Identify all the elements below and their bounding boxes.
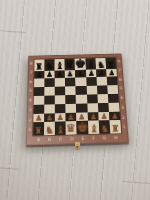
square-b8[interactable]: ♞: [44, 59, 54, 70]
piece-black-pawn-h7: ♟: [108, 70, 115, 78]
square-e1[interactable]: ♚: [76, 121, 88, 134]
rank-label-left-5: 5: [29, 89, 32, 93]
square-e4[interactable]: [76, 95, 88, 104]
piece-white-pawn-g2: ♟: [100, 113, 107, 121]
file-labels-bottom: ABCDEFGH: [33, 134, 122, 144]
square-g6[interactable]: [97, 77, 108, 86]
square-b7[interactable]: ♟: [44, 70, 54, 78]
piece-black-pawn-g7: ♟: [98, 70, 105, 78]
rank-label-left-2: 2: [29, 118, 32, 122]
file-label-g: G: [103, 136, 107, 140]
square-e5[interactable]: [75, 86, 87, 95]
square-c7[interactable]: ♟: [55, 70, 65, 78]
square-d5[interactable]: [65, 86, 76, 95]
floor-plank-joint: [0, 167, 18, 169]
square-g1[interactable]: ♞: [99, 121, 111, 134]
square-a3[interactable]: [34, 104, 45, 113]
square-a1[interactable]: ♜: [33, 122, 44, 135]
square-g4[interactable]: [97, 94, 108, 103]
floor-plank-joint: [122, 181, 150, 184]
rank-label-left-6: 6: [29, 80, 32, 84]
square-h6[interactable]: [107, 77, 118, 86]
square-b4[interactable]: [44, 95, 55, 104]
square-h5[interactable]: [107, 85, 118, 94]
rank-label-left-7: 7: [30, 71, 33, 75]
chess-board: 87654321 87654321 ABCDEFGH ♜♞♝♛♚♝♞♜♟♟♟♟♟…: [26, 53, 129, 145]
square-d8[interactable]: ♛: [65, 59, 75, 70]
square-h8[interactable]: ♜: [106, 58, 117, 69]
square-f8[interactable]: ♝: [86, 58, 97, 69]
square-e8[interactable]: ♚: [75, 58, 86, 69]
file-label-d: D: [70, 137, 74, 141]
piece-white-bishop-c1: ♝: [55, 125, 65, 136]
piece-black-pawn-d7: ♟: [66, 71, 73, 79]
piece-white-rook-a1: ♜: [34, 126, 43, 136]
square-a6[interactable]: [34, 79, 44, 88]
board-grid: ♜♞♝♛♚♝♞♜♟♟♟♟♟♟♟♟♟♟♟♟♟♟♟♟♜♞♝♛♚♝♞♜: [33, 58, 121, 136]
piece-black-pawn-c7: ♟: [56, 71, 63, 79]
rank-label-left-8: 8: [30, 62, 33, 66]
file-label-c: C: [59, 137, 62, 141]
piece-white-pawn-b2: ♟: [46, 115, 53, 123]
square-f2[interactable]: ♟: [88, 112, 99, 121]
piece-white-pawn-h2: ♟: [111, 113, 118, 121]
rank-label-right-2: 2: [122, 116, 125, 120]
piece-white-knight-g1: ♞: [100, 124, 109, 134]
piece-black-pawn-a7: ♟: [36, 72, 43, 80]
rank-label-right-7: 7: [118, 69, 121, 73]
square-d3[interactable]: [65, 104, 76, 113]
file-label-a: A: [37, 138, 40, 142]
piece-black-pawn-f7: ♟: [88, 70, 95, 78]
square-g8[interactable]: ♞: [96, 58, 107, 69]
square-f1[interactable]: ♝: [88, 121, 99, 134]
square-a5[interactable]: [34, 87, 44, 96]
piece-white-pawn-c2: ♟: [57, 115, 64, 123]
square-c6[interactable]: [55, 78, 65, 87]
square-e6[interactable]: [75, 78, 87, 87]
square-d1[interactable]: ♛: [66, 122, 77, 135]
piece-white-queen-d1: ♛: [66, 123, 77, 135]
square-g2[interactable]: ♟: [98, 112, 109, 121]
rank-label-right-6: 6: [119, 78, 122, 82]
rank-label-right-8: 8: [118, 60, 121, 64]
piece-white-rook-h1: ♜: [111, 124, 120, 134]
piece-white-bishop-f1: ♝: [89, 124, 99, 135]
square-h2[interactable]: ♟: [109, 111, 120, 120]
square-b1[interactable]: ♞: [44, 122, 55, 135]
square-f4[interactable]: [87, 94, 98, 103]
rank-label-right-3: 3: [121, 106, 124, 110]
piece-white-pawn-f2: ♟: [90, 114, 97, 122]
square-h4[interactable]: [108, 94, 119, 103]
square-h7[interactable]: ♟: [106, 69, 117, 77]
square-c5[interactable]: [55, 87, 65, 96]
square-b5[interactable]: [44, 87, 54, 96]
square-a2[interactable]: ♟: [33, 113, 44, 122]
square-a8[interactable]: ♜: [34, 59, 44, 70]
square-c3[interactable]: [55, 104, 66, 113]
piece-black-pawn-b7: ♟: [46, 72, 53, 80]
piece-white-king-e1: ♚: [76, 121, 88, 135]
file-label-h: H: [114, 136, 118, 140]
photo-scene: 87654321 87654321 ABCDEFGH ♜♞♝♛♚♝♞♜♟♟♟♟♟…: [0, 0, 150, 200]
file-label-e: E: [81, 137, 84, 141]
square-a7[interactable]: ♟: [34, 70, 44, 79]
square-f3[interactable]: [87, 103, 98, 112]
rank-label-left-1: 1: [28, 128, 31, 132]
rank-label-left-3: 3: [29, 108, 32, 112]
rank-label-left-4: 4: [29, 99, 32, 103]
square-h1[interactable]: ♜: [110, 120, 122, 133]
piece-black-queen-d8: ♛: [65, 60, 75, 71]
square-f5[interactable]: [87, 86, 98, 95]
square-g5[interactable]: [97, 86, 108, 95]
square-c2[interactable]: ♟: [55, 113, 66, 122]
square-c8[interactable]: ♝: [55, 59, 65, 70]
square-c4[interactable]: [55, 95, 66, 104]
piece-black-king-e8: ♚: [75, 57, 86, 70]
square-d4[interactable]: [65, 95, 76, 104]
square-b6[interactable]: [44, 78, 54, 87]
square-a4[interactable]: [34, 96, 45, 105]
file-label-b: B: [48, 138, 51, 142]
square-b3[interactable]: [44, 104, 55, 113]
square-d7[interactable]: ♟: [65, 70, 75, 78]
square-f7[interactable]: ♟: [86, 69, 97, 77]
square-h3[interactable]: [108, 102, 119, 111]
piece-white-knight-b1: ♞: [45, 126, 54, 136]
rank-label-right-1: 1: [123, 126, 126, 130]
file-label-f: F: [92, 136, 95, 140]
piece-black-pawn-e7: ♟: [77, 71, 84, 79]
square-c1[interactable]: ♝: [55, 122, 66, 135]
square-g3[interactable]: [98, 103, 109, 112]
square-b2[interactable]: ♟: [44, 113, 55, 122]
rank-label-right-5: 5: [120, 87, 123, 91]
square-f6[interactable]: [86, 77, 97, 86]
square-g7[interactable]: ♟: [96, 69, 107, 77]
square-e7[interactable]: ♟: [75, 69, 86, 78]
floor-plank-joint: [0, 30, 25, 33]
rank-label-right-4: 4: [120, 96, 123, 100]
square-d6[interactable]: [65, 78, 75, 87]
square-e3[interactable]: [76, 103, 88, 112]
piece-white-pawn-a2: ♟: [35, 115, 42, 123]
